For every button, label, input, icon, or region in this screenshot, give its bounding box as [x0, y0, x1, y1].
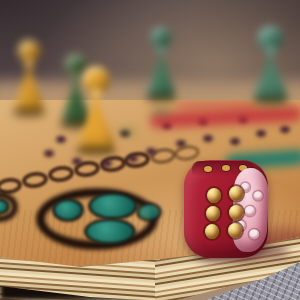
die-pip-gold: [205, 224, 219, 239]
pawn-base-shadow: [252, 96, 290, 106]
peg-hole: [203, 135, 213, 142]
home-circle-slot: [84, 218, 136, 245]
home-circle-slot: [52, 198, 84, 222]
peg-hole: [56, 136, 66, 143]
pawn-green-5: [249, 26, 292, 106]
die-pip-gold: [228, 223, 242, 238]
pawn-body: [10, 59, 48, 114]
pawn-reflection: [118, 128, 136, 136]
die-pip-gold: [229, 205, 243, 220]
die-front-face-six: [184, 160, 268, 258]
die: [184, 160, 268, 258]
pawn-reflection: [150, 108, 172, 116]
peg-hole: [44, 150, 54, 157]
home-circle-slot: [136, 202, 162, 222]
pawn-head: [18, 40, 40, 62]
peg-hole: [102, 160, 112, 167]
pawn-base-shadow: [12, 108, 45, 118]
pawn-yellow-3: [72, 66, 120, 156]
home-circle-slot: [88, 192, 138, 220]
peg-hole: [280, 126, 290, 133]
peg-hole: [230, 138, 240, 145]
pawn-base-shadow: [75, 146, 117, 156]
die-pip-gold: [229, 186, 243, 201]
photo-scene: [0, 0, 300, 300]
peg-hole: [146, 148, 156, 155]
die-pip-gold: [206, 206, 220, 221]
pawn-body: [72, 89, 120, 152]
pawn-head: [151, 27, 172, 48]
pawn-base-shadow: [145, 93, 177, 103]
peg-hole: [128, 155, 138, 162]
peg-hole: [72, 158, 82, 165]
red-track-marking: [176, 101, 256, 110]
ring-hole: [21, 170, 49, 189]
ring-hole: [47, 164, 75, 183]
peg-hole: [256, 130, 266, 137]
die-pip-gold: [207, 188, 221, 203]
peg-hole: [176, 140, 186, 147]
pawn-green-4: [143, 27, 179, 103]
pawn-body: [249, 46, 292, 102]
pawn-body: [143, 46, 179, 99]
pawn-yellow-1: [10, 40, 48, 118]
